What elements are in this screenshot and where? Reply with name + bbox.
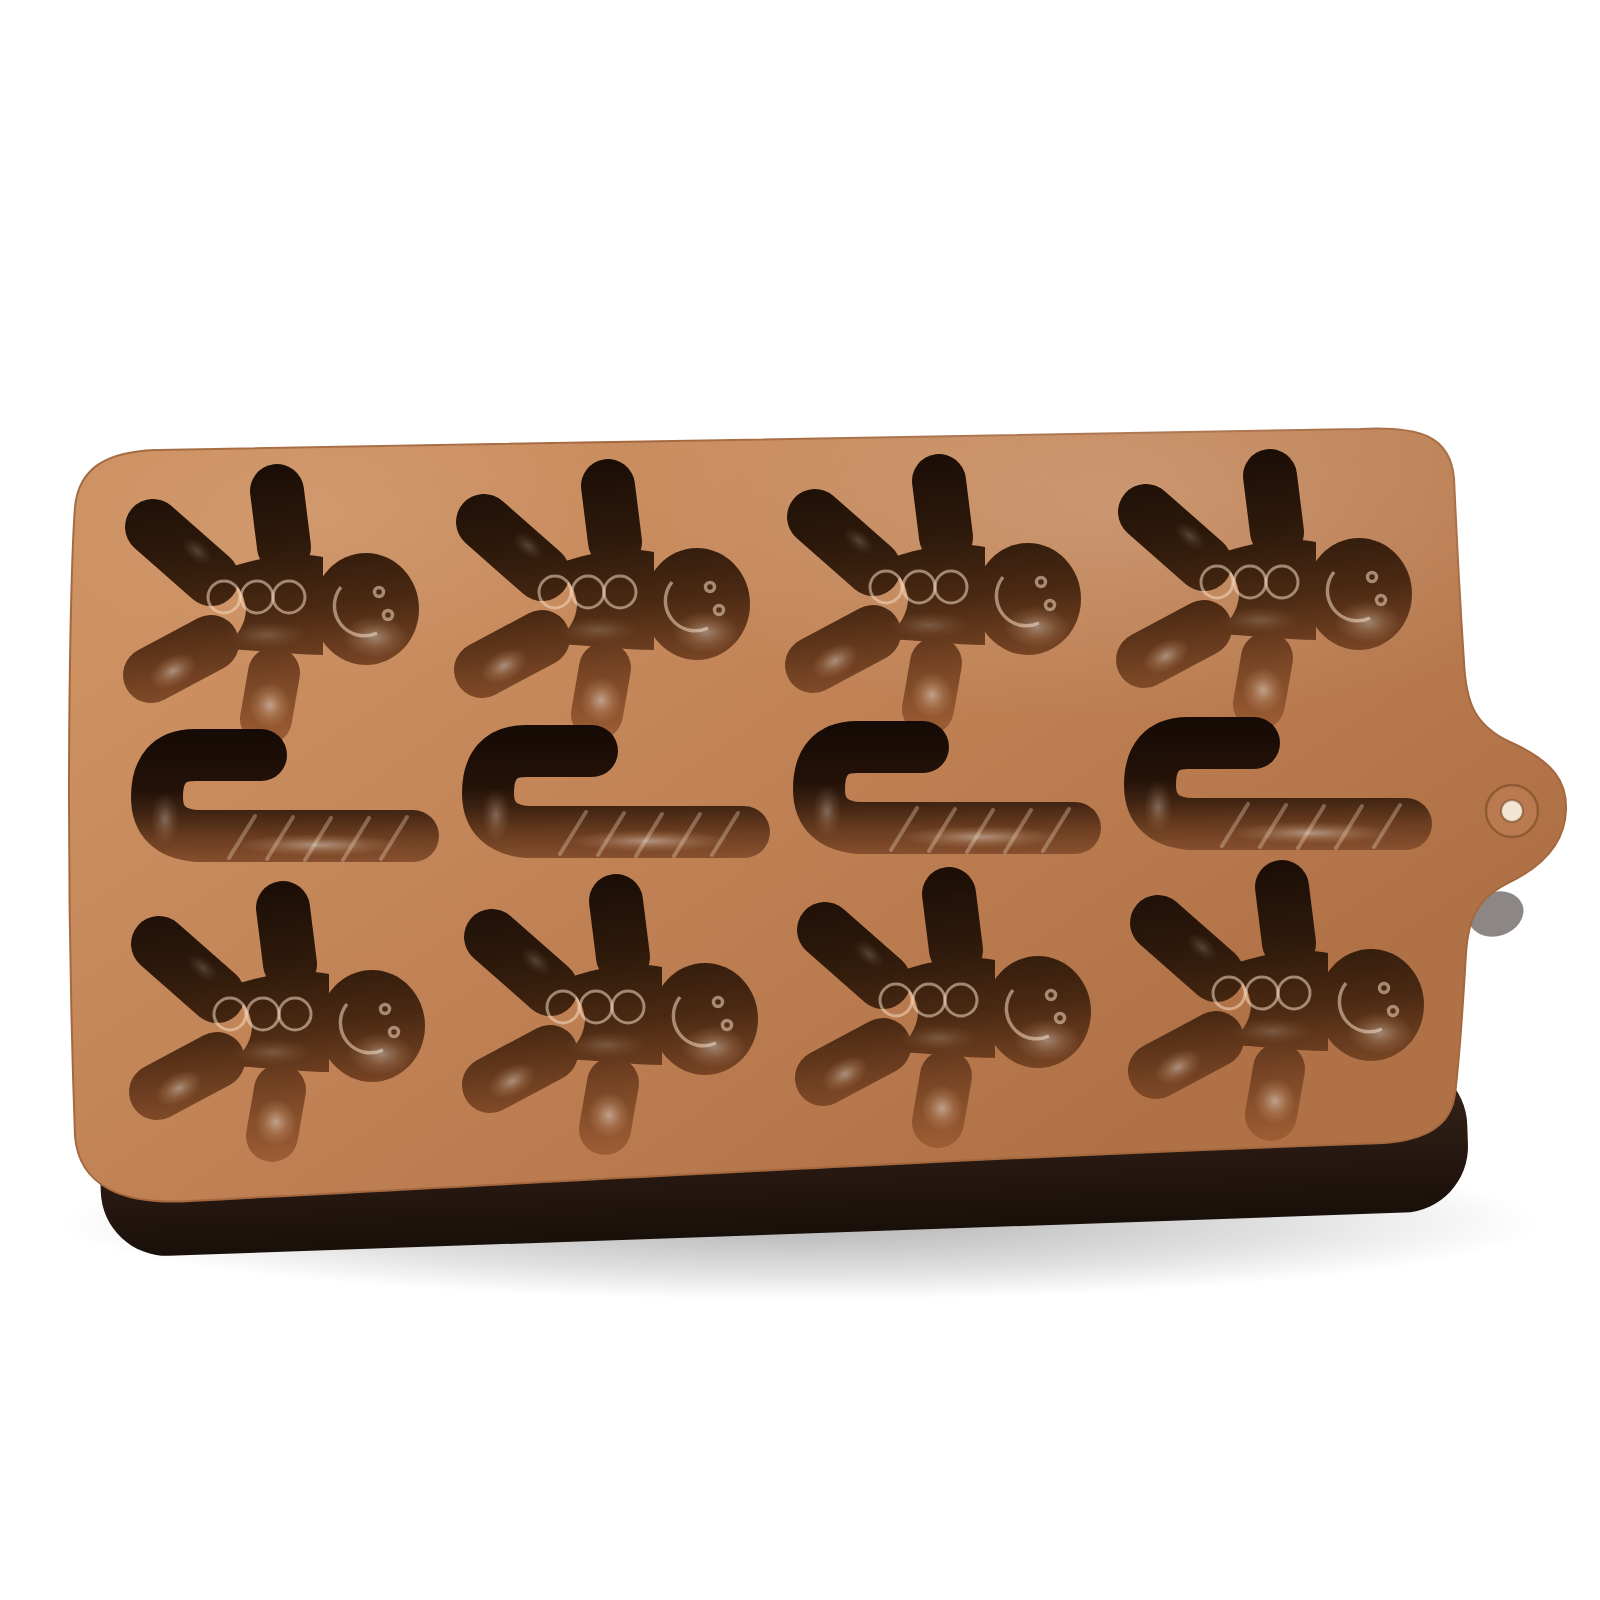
mold-illustration: silicone chocolate mold <box>0 0 1600 1600</box>
hang-hole-opening <box>1501 800 1523 822</box>
hang-hole <box>1486 785 1538 837</box>
chocolate-mold-photo: Overhead photo of a brown silicone choco… <box>0 0 1600 1600</box>
photo-stage: Overhead photo of a brown silicone choco… <box>0 0 1600 1600</box>
surface-sheen <box>600 280 1600 720</box>
